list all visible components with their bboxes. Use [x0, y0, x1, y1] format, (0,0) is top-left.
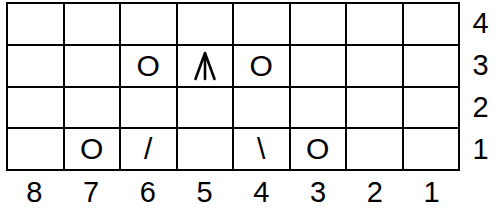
- cell-row2-col6: [121, 88, 176, 128]
- cell-row1-col1: [404, 129, 459, 169]
- cell-row1-col3: O: [291, 129, 346, 169]
- cell-row3-col3: [291, 46, 346, 86]
- cell-row3-col8: [8, 46, 63, 86]
- cell-row1-col4: \: [234, 129, 289, 169]
- column-label-2: 2: [347, 173, 404, 211]
- right-decrease-symbol: /: [144, 134, 152, 164]
- cell-row4-col7: [65, 4, 120, 44]
- cell-row4-col2: [347, 4, 402, 44]
- column-label-6: 6: [120, 173, 177, 211]
- left-decrease-symbol: \: [257, 134, 265, 164]
- cell-row3-col1: [404, 46, 459, 86]
- cell-row4-col6: [121, 4, 176, 44]
- cell-row2-col2: [347, 88, 402, 128]
- cell-row1-col8: [8, 129, 63, 169]
- cell-row3-col7: [65, 46, 120, 86]
- row-labels: 4321: [460, 2, 501, 171]
- cell-row4-col1: [404, 4, 459, 44]
- cell-row4-col3: [291, 4, 346, 44]
- column-label-8: 8: [6, 173, 63, 211]
- cell-row2-col4: [234, 88, 289, 128]
- knitting-chart: OOO/\O 87654321 4321: [0, 0, 501, 213]
- cell-row3-col4: O: [234, 46, 289, 86]
- centered-double-decrease-symbol: [192, 51, 218, 81]
- yarn-over-symbol: O: [306, 134, 329, 164]
- column-label-7: 7: [63, 173, 120, 211]
- column-labels: 87654321: [6, 173, 460, 211]
- cell-row1-col6: /: [121, 129, 176, 169]
- row-label-1: 1: [460, 129, 501, 171]
- cell-row4-col4: [234, 4, 289, 44]
- column-label-5: 5: [176, 173, 233, 211]
- yarn-over-symbol: O: [80, 134, 103, 164]
- cell-row3-col2: [347, 46, 402, 86]
- cell-row1-col5: [178, 129, 233, 169]
- cell-row2-col7: [65, 88, 120, 128]
- cell-row1-col7: O: [65, 129, 120, 169]
- cell-row4-col5: [178, 4, 233, 44]
- cell-row3-col5: [178, 46, 233, 86]
- cell-row2-col3: [291, 88, 346, 128]
- cell-row2-col1: [404, 88, 459, 128]
- cell-row1-col2: [347, 129, 402, 169]
- row-label-4: 4: [460, 2, 501, 44]
- row-label-2: 2: [460, 87, 501, 129]
- cell-row2-col5: [178, 88, 233, 128]
- yarn-over-symbol: O: [250, 51, 273, 81]
- yarn-over-symbol: O: [137, 51, 160, 81]
- cell-row4-col8: [8, 4, 63, 44]
- row-label-3: 3: [460, 44, 501, 86]
- column-label-3: 3: [290, 173, 347, 211]
- chart-grid: OOO/\O: [6, 2, 460, 171]
- cell-row2-col8: [8, 88, 63, 128]
- cell-row3-col6: O: [121, 46, 176, 86]
- column-label-4: 4: [233, 173, 290, 211]
- column-label-1: 1: [403, 173, 460, 211]
